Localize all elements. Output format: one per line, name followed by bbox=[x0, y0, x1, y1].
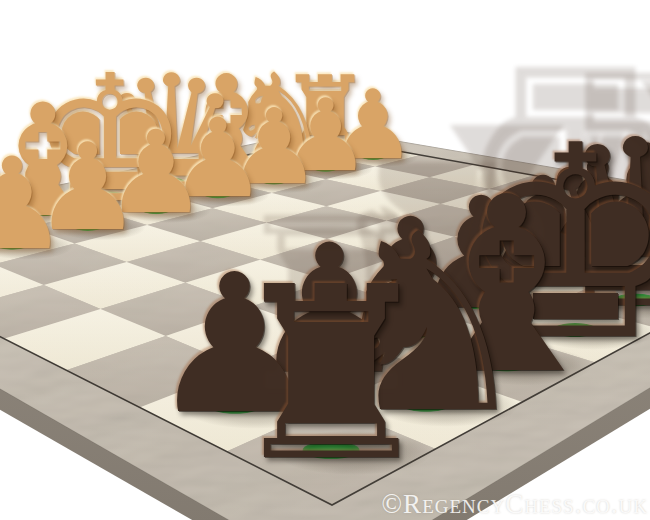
chess-set-product-photo: ♜♟♞♟♝♟♛♟♚♟♝♟♟♞♜♜♟♟♜♞♞♟♟♝♝♟♛♛♟♚♚♟♝♝♟♞♞♟♜♜… bbox=[0, 0, 650, 520]
chess-board bbox=[0, 0, 650, 520]
